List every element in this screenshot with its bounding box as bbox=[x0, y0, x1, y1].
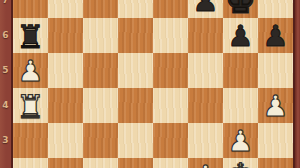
rank-label-4: 4 bbox=[0, 100, 11, 110]
square-e2[interactable] bbox=[153, 158, 188, 168]
square-d7[interactable] bbox=[118, 0, 153, 18]
square-e7[interactable] bbox=[153, 0, 188, 18]
square-c7[interactable] bbox=[83, 0, 118, 18]
square-h5[interactable] bbox=[258, 53, 293, 88]
square-h4[interactable]: ♟ bbox=[258, 88, 293, 123]
piece-white-pawn-f2[interactable]: ♟ bbox=[193, 162, 219, 168]
square-a2[interactable] bbox=[13, 158, 48, 168]
square-h6[interactable]: ♟ bbox=[258, 18, 293, 53]
square-a7[interactable] bbox=[13, 0, 48, 18]
square-e3[interactable] bbox=[153, 123, 188, 158]
square-g6[interactable]: ♟ bbox=[223, 18, 258, 53]
square-f2[interactable]: ♟ bbox=[188, 158, 223, 168]
rank-label-3: 3 bbox=[0, 135, 11, 145]
square-b4[interactable] bbox=[48, 88, 83, 123]
square-f3[interactable] bbox=[188, 123, 223, 158]
square-g7[interactable]: ♚ bbox=[223, 0, 258, 18]
chessboard-viewport: ♟♚♜♟♟♟♜♟♟♟♚ 76543 bbox=[0, 0, 300, 168]
piece-white-pawn-h4[interactable]: ♟ bbox=[263, 92, 289, 121]
rank-label-7: 7 bbox=[0, 0, 11, 5]
board-left-border: 76543 bbox=[0, 0, 13, 168]
square-f4[interactable] bbox=[188, 88, 223, 123]
square-d3[interactable] bbox=[118, 123, 153, 158]
rank-label-5: 5 bbox=[0, 65, 11, 75]
piece-black-pawn-h6[interactable]: ♟ bbox=[263, 22, 289, 51]
square-h3[interactable] bbox=[258, 123, 293, 158]
square-c3[interactable] bbox=[83, 123, 118, 158]
board-right-border bbox=[293, 0, 300, 168]
square-b5[interactable] bbox=[48, 53, 83, 88]
square-g2[interactable]: ♚ bbox=[223, 158, 258, 168]
square-e6[interactable] bbox=[153, 18, 188, 53]
square-g4[interactable] bbox=[223, 88, 258, 123]
square-d6[interactable] bbox=[118, 18, 153, 53]
piece-black-pawn-g6[interactable]: ♟ bbox=[228, 22, 254, 51]
square-f5[interactable] bbox=[188, 53, 223, 88]
square-b7[interactable] bbox=[48, 0, 83, 18]
square-a5[interactable]: ♟ bbox=[13, 53, 48, 88]
square-d2[interactable] bbox=[118, 158, 153, 168]
piece-black-king-g7[interactable]: ♚ bbox=[225, 0, 256, 19]
square-a6[interactable]: ♜ bbox=[13, 18, 48, 53]
square-h7[interactable] bbox=[258, 0, 293, 18]
square-c4[interactable] bbox=[83, 88, 118, 123]
rank-label-6: 6 bbox=[0, 30, 11, 40]
square-d4[interactable] bbox=[118, 88, 153, 123]
piece-white-pawn-g3[interactable]: ♟ bbox=[228, 127, 254, 156]
square-a4[interactable]: ♜ bbox=[13, 88, 48, 123]
square-d5[interactable] bbox=[118, 53, 153, 88]
square-c5[interactable] bbox=[83, 53, 118, 88]
piece-black-pawn-f7[interactable]: ♟ bbox=[193, 0, 219, 16]
square-a3[interactable] bbox=[13, 123, 48, 158]
square-e5[interactable] bbox=[153, 53, 188, 88]
piece-white-pawn-a5[interactable]: ♟ bbox=[18, 57, 44, 86]
piece-white-king-g2[interactable]: ♚ bbox=[225, 159, 256, 168]
square-b6[interactable] bbox=[48, 18, 83, 53]
piece-white-rook-a4[interactable]: ♜ bbox=[16, 91, 45, 123]
square-b3[interactable] bbox=[48, 123, 83, 158]
piece-black-rook-a6[interactable]: ♜ bbox=[16, 21, 45, 53]
square-b2[interactable] bbox=[48, 158, 83, 168]
square-c6[interactable] bbox=[83, 18, 118, 53]
square-g3[interactable]: ♟ bbox=[223, 123, 258, 158]
square-e4[interactable] bbox=[153, 88, 188, 123]
square-c2[interactable] bbox=[83, 158, 118, 168]
square-f6[interactable] bbox=[188, 18, 223, 53]
chess-board: ♟♚♜♟♟♟♜♟♟♟♚ bbox=[13, 0, 293, 168]
square-f7[interactable]: ♟ bbox=[188, 0, 223, 18]
square-g5[interactable] bbox=[223, 53, 258, 88]
square-h2[interactable] bbox=[258, 158, 293, 168]
